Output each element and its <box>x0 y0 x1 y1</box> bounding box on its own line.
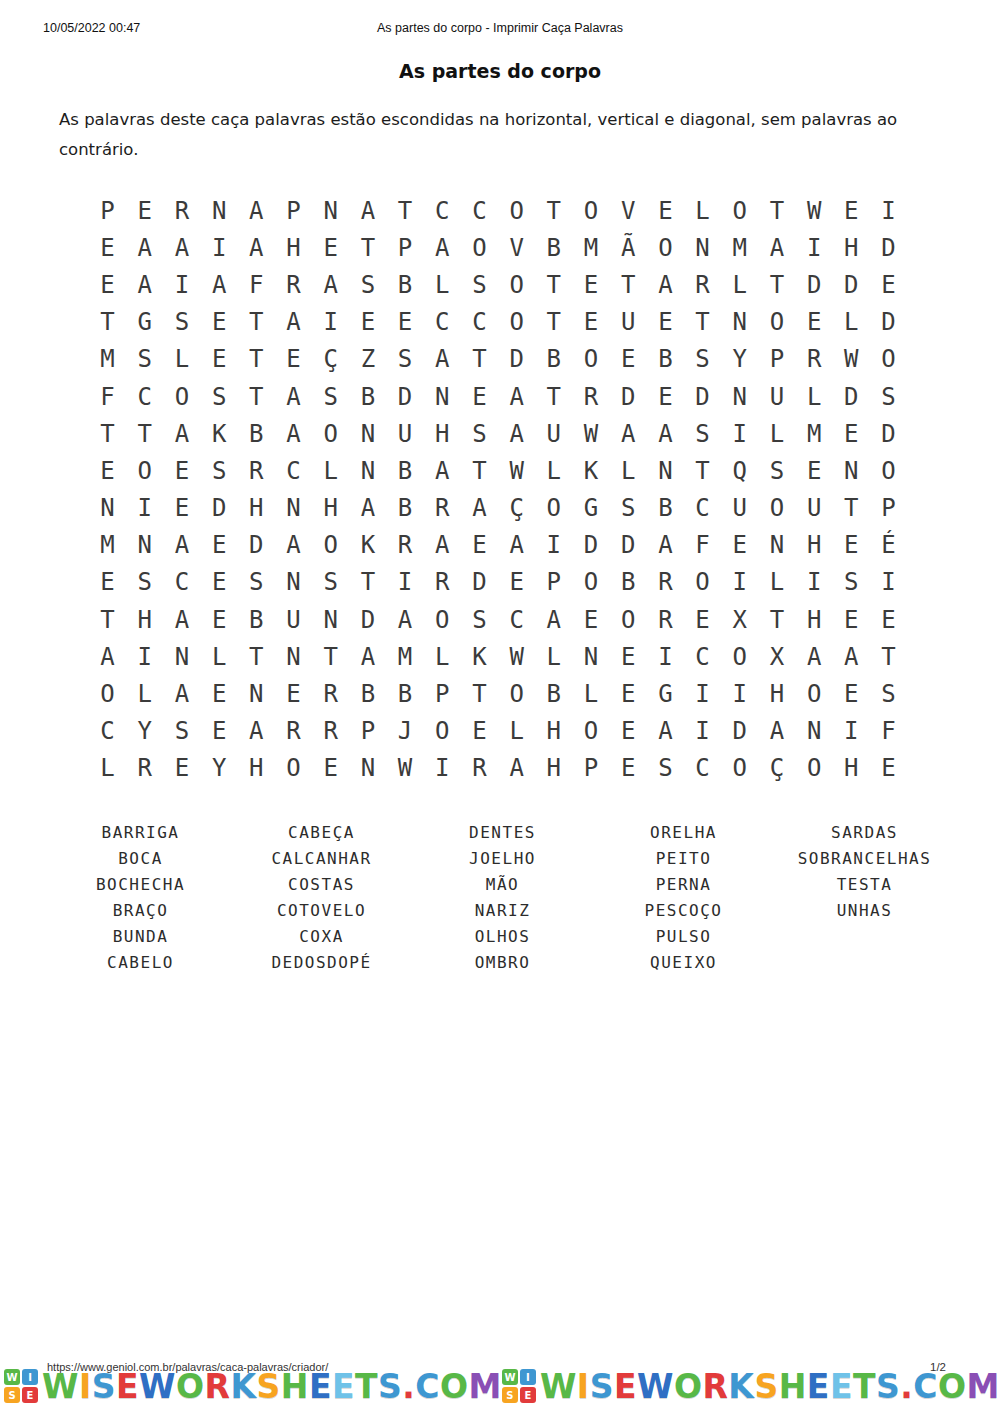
grid-cell-r15c14: O <box>572 713 609 750</box>
grid-cell-r7c12: A <box>498 415 535 452</box>
grid-cell-r1c21: E <box>833 192 870 229</box>
grid-cell-r15c1: C <box>89 713 126 750</box>
grid-cell-r11c3: C <box>163 564 200 601</box>
grid-cell-r12c7: N <box>312 601 349 638</box>
grid-cell-r3c20: D <box>796 266 833 303</box>
icon-square-w: W <box>4 1369 20 1385</box>
grid-cell-r15c11: E <box>461 713 498 750</box>
word-item: CABEÇA <box>288 820 355 846</box>
grid-cell-r13c9: M <box>387 638 424 675</box>
icon-square-s: S <box>502 1387 518 1403</box>
grid-cell-r1c10: C <box>424 192 461 229</box>
grid-cell-r9c18: U <box>721 490 758 527</box>
grid-cell-r2c22: D <box>870 229 907 266</box>
grid-cell-r4c14: E <box>572 304 609 341</box>
grid-cell-r15c20: N <box>796 713 833 750</box>
grid-cell-r3c3: I <box>163 266 200 303</box>
grid-cell-r2c2: A <box>126 229 163 266</box>
grid-cell-r10c19: N <box>758 527 795 564</box>
grid-cell-r15c9: J <box>387 713 424 750</box>
grid-cell-r14c22: S <box>870 675 907 712</box>
grid-cell-r14c14: L <box>572 675 609 712</box>
grid-cell-r11c22: I <box>870 564 907 601</box>
grid-cell-r13c16: I <box>647 638 684 675</box>
grid-cell-r11c18: I <box>721 564 758 601</box>
grid-cell-r11c6: N <box>275 564 312 601</box>
grid-cell-r1c8: A <box>349 192 386 229</box>
grid-cell-r11c10: R <box>424 564 461 601</box>
grid-cell-r2c8: T <box>349 229 386 266</box>
grid-cell-r4c15: U <box>610 304 647 341</box>
grid-cell-r11c20: I <box>796 564 833 601</box>
grid-cell-r13c3: N <box>163 638 200 675</box>
grid-cell-r4c8: E <box>349 304 386 341</box>
grid-cell-r16c19: Ç <box>758 750 795 787</box>
grid-cell-r4c17: T <box>684 304 721 341</box>
grid-cell-r2c7: E <box>312 229 349 266</box>
grid-cell-r15c4: E <box>201 713 238 750</box>
word-item: OMBRO <box>475 950 531 976</box>
grid-cell-r2c19: A <box>758 229 795 266</box>
grid-cell-r7c8: N <box>349 415 386 452</box>
grid-cell-r13c15: E <box>610 638 647 675</box>
grid-cell-r2c5: A <box>238 229 275 266</box>
grid-cell-r1c18: O <box>721 192 758 229</box>
grid-cell-r16c6: O <box>275 750 312 787</box>
grid-cell-r11c16: R <box>647 564 684 601</box>
grid-cell-r14c9: B <box>387 675 424 712</box>
wiseworksheets-logo-text: WISEWORKSHEETS.COM <box>42 1370 502 1403</box>
grid-cell-r4c6: A <box>275 304 312 341</box>
grid-cell-r5c15: E <box>610 341 647 378</box>
grid-cell-r5c16: B <box>647 341 684 378</box>
grid-cell-r12c19: T <box>758 601 795 638</box>
grid-cell-r12c2: H <box>126 601 163 638</box>
grid-cell-r10c22: É <box>870 527 907 564</box>
grid-cell-r7c20: M <box>796 415 833 452</box>
grid-cell-r6c10: N <box>424 378 461 415</box>
grid-cell-r12c16: R <box>647 601 684 638</box>
grid-cell-r2c3: A <box>163 229 200 266</box>
grid-cell-r13c2: I <box>126 638 163 675</box>
grid-cell-r5c1: M <box>89 341 126 378</box>
grid-cell-r6c4: S <box>201 378 238 415</box>
grid-cell-r13c1: A <box>89 638 126 675</box>
word-item: PESCOÇO <box>645 898 723 924</box>
grid-cell-r15c10: O <box>424 713 461 750</box>
grid-cell-r9c11: A <box>461 490 498 527</box>
grid-cell-r6c6: A <box>275 378 312 415</box>
grid-cell-r3c17: R <box>684 266 721 303</box>
grid-cell-r13c13: L <box>535 638 572 675</box>
grid-cell-r9c22: P <box>870 490 907 527</box>
grid-cell-r12c1: T <box>89 601 126 638</box>
grid-cell-r2c9: P <box>387 229 424 266</box>
grid-cell-r12c20: H <box>796 601 833 638</box>
grid-cell-r10c20: H <box>796 527 833 564</box>
grid-cell-r4c7: I <box>312 304 349 341</box>
grid-cell-r8c6: C <box>275 452 312 489</box>
grid-cell-r12c4: E <box>201 601 238 638</box>
grid-cell-r14c13: B <box>535 675 572 712</box>
grid-cell-r9c4: D <box>201 490 238 527</box>
grid-cell-r4c19: O <box>758 304 795 341</box>
grid-cell-r16c14: P <box>572 750 609 787</box>
word-list-column: CABEÇACALCANHARCOSTASCOTOVELOCOXADEDOSDO… <box>231 820 412 976</box>
word-list: BARRIGABOCABOCHECHABRAÇOBUNDACABELOCABEÇ… <box>50 820 955 976</box>
grid-cell-r15c17: I <box>684 713 721 750</box>
grid-cell-r8c15: L <box>610 452 647 489</box>
grid-cell-r2c11: O <box>461 229 498 266</box>
grid-cell-r6c20: L <box>796 378 833 415</box>
grid-cell-r5c11: T <box>461 341 498 378</box>
grid-cell-r14c4: E <box>201 675 238 712</box>
grid-cell-r3c7: A <box>312 266 349 303</box>
word-search-grid: PERNAPNATCCOTOVELOTWEIEAAIAHETPAOVBMÃONM… <box>89 192 907 787</box>
grid-cell-r7c7: O <box>312 415 349 452</box>
grid-cell-r3c4: A <box>201 266 238 303</box>
grid-cell-r6c2: C <box>126 378 163 415</box>
grid-cell-r7c21: E <box>833 415 870 452</box>
grid-cell-r4c10: C <box>424 304 461 341</box>
grid-cell-r10c21: E <box>833 527 870 564</box>
grid-cell-r6c9: D <box>387 378 424 415</box>
grid-cell-r8c8: N <box>349 452 386 489</box>
wiseworksheets-logo-text: WISEWORKSHEETS.COM <box>540 1370 1000 1403</box>
grid-cell-r1c20: W <box>796 192 833 229</box>
grid-cell-r9c20: U <box>796 490 833 527</box>
grid-cell-r8c3: E <box>163 452 200 489</box>
grid-cell-r6c8: B <box>349 378 386 415</box>
grid-cell-r6c1: F <box>89 378 126 415</box>
grid-cell-r11c14: O <box>572 564 609 601</box>
grid-cell-r12c15: O <box>610 601 647 638</box>
grid-cell-r14c16: G <box>647 675 684 712</box>
grid-cell-r5c10: A <box>424 341 461 378</box>
grid-cell-r2c12: V <box>498 229 535 266</box>
grid-cell-r7c16: A <box>647 415 684 452</box>
grid-cell-r12c8: D <box>349 601 386 638</box>
grid-cell-r15c12: L <box>498 713 535 750</box>
word-item: MÃO <box>486 872 519 898</box>
grid-cell-r12c18: X <box>721 601 758 638</box>
grid-cell-r6c7: S <box>312 378 349 415</box>
grid-cell-r14c10: P <box>424 675 461 712</box>
grid-cell-r7c6: A <box>275 415 312 452</box>
grid-cell-r3c2: A <box>126 266 163 303</box>
grid-cell-r6c12: A <box>498 378 535 415</box>
grid-cell-r1c9: T <box>387 192 424 229</box>
grid-cell-r8c12: W <box>498 452 535 489</box>
grid-cell-r9c12: Ç <box>498 490 535 527</box>
grid-cell-r9c14: G <box>572 490 609 527</box>
grid-cell-r11c11: D <box>461 564 498 601</box>
grid-cell-r14c18: I <box>721 675 758 712</box>
grid-cell-r16c20: O <box>796 750 833 787</box>
grid-cell-r9c13: O <box>535 490 572 527</box>
grid-cell-r12c6: U <box>275 601 312 638</box>
grid-cell-r4c3: S <box>163 304 200 341</box>
grid-cell-r4c11: C <box>461 304 498 341</box>
grid-cell-r3c18: L <box>721 266 758 303</box>
word-list-column: ORELHAPEITOPERNAPESCOÇOPULSOQUEIXO <box>593 820 774 976</box>
word-item: COTOVELO <box>277 898 366 924</box>
grid-cell-r13c6: N <box>275 638 312 675</box>
grid-cell-r7c10: H <box>424 415 461 452</box>
grid-cell-r11c12: E <box>498 564 535 601</box>
grid-cell-r8c17: T <box>684 452 721 489</box>
grid-cell-r6c21: D <box>833 378 870 415</box>
grid-cell-r15c21: I <box>833 713 870 750</box>
grid-cell-r8c10: A <box>424 452 461 489</box>
wiseworksheets-logo: WISE WISEWORKSHEETS.COM <box>4 1369 502 1403</box>
word-item: OLHOS <box>475 924 531 950</box>
grid-cell-r14c19: H <box>758 675 795 712</box>
grid-cell-r6c17: D <box>684 378 721 415</box>
grid-cell-r6c16: E <box>647 378 684 415</box>
grid-cell-r5c22: O <box>870 341 907 378</box>
grid-cell-r5c14: O <box>572 341 609 378</box>
puzzle-instructions: As palavras deste caça palavras estão es… <box>59 105 956 165</box>
word-item: CABELO <box>107 950 174 976</box>
grid-cell-r4c22: D <box>870 304 907 341</box>
grid-cell-r16c21: H <box>833 750 870 787</box>
grid-cell-r11c19: L <box>758 564 795 601</box>
grid-cell-r16c15: E <box>610 750 647 787</box>
grid-cell-r2c16: O <box>647 229 684 266</box>
grid-cell-r8c4: S <box>201 452 238 489</box>
grid-cell-r15c22: F <box>870 713 907 750</box>
word-item: PERNA <box>656 872 712 898</box>
grid-cell-r1c1: P <box>89 192 126 229</box>
grid-cell-r16c16: S <box>647 750 684 787</box>
grid-cell-r13c5: T <box>238 638 275 675</box>
grid-cell-r9c8: A <box>349 490 386 527</box>
grid-cell-r7c19: L <box>758 415 795 452</box>
grid-cell-r11c4: E <box>201 564 238 601</box>
grid-cell-r16c9: W <box>387 750 424 787</box>
grid-cell-r2c14: M <box>572 229 609 266</box>
grid-cell-r9c7: H <box>312 490 349 527</box>
grid-cell-r16c4: Y <box>201 750 238 787</box>
grid-cell-r16c7: E <box>312 750 349 787</box>
grid-cell-r7c9: U <box>387 415 424 452</box>
grid-cell-r2c18: M <box>721 229 758 266</box>
grid-cell-r16c2: R <box>126 750 163 787</box>
grid-cell-r16c3: E <box>163 750 200 787</box>
word-item: TESTA <box>837 872 893 898</box>
grid-cell-r9c19: O <box>758 490 795 527</box>
grid-cell-r14c3: A <box>163 675 200 712</box>
grid-cell-r1c16: E <box>647 192 684 229</box>
word-list-column: SARDASSOBRANCELHASTESTAUNHAS <box>774 820 955 976</box>
grid-cell-r7c15: A <box>610 415 647 452</box>
grid-cell-r5c19: P <box>758 341 795 378</box>
word-item: DENTES <box>469 820 536 846</box>
grid-cell-r9c15: S <box>610 490 647 527</box>
grid-cell-r11c1: E <box>89 564 126 601</box>
grid-cell-r10c1: M <box>89 527 126 564</box>
grid-cell-r14c20: O <box>796 675 833 712</box>
grid-cell-r15c16: A <box>647 713 684 750</box>
grid-cell-r8c13: L <box>535 452 572 489</box>
grid-cell-r3c11: S <box>461 266 498 303</box>
grid-cell-r12c5: B <box>238 601 275 638</box>
grid-cell-r15c18: D <box>721 713 758 750</box>
grid-cell-r16c8: N <box>349 750 386 787</box>
word-item: DEDOSDOPÉ <box>271 950 371 976</box>
grid-cell-r9c10: R <box>424 490 461 527</box>
grid-cell-r8c9: B <box>387 452 424 489</box>
grid-cell-r8c2: O <box>126 452 163 489</box>
grid-cell-r15c13: H <box>535 713 572 750</box>
grid-cell-r13c22: T <box>870 638 907 675</box>
grid-cell-r15c19: A <box>758 713 795 750</box>
word-item: CALCANHAR <box>271 846 371 872</box>
grid-cell-r13c8: A <box>349 638 386 675</box>
grid-cell-r9c16: B <box>647 490 684 527</box>
grid-cell-r12c12: C <box>498 601 535 638</box>
grid-cell-r11c5: S <box>238 564 275 601</box>
grid-cell-r1c14: O <box>572 192 609 229</box>
grid-cell-r14c7: R <box>312 675 349 712</box>
grid-cell-r10c17: F <box>684 527 721 564</box>
grid-cell-r15c3: S <box>163 713 200 750</box>
word-item: JOELHO <box>469 846 536 872</box>
grid-cell-r7c5: B <box>238 415 275 452</box>
grid-cell-r6c15: D <box>610 378 647 415</box>
word-item: BARRIGA <box>102 820 180 846</box>
grid-cell-r10c2: N <box>126 527 163 564</box>
grid-cell-r8c14: K <box>572 452 609 489</box>
wiseworksheets-icon: WISE <box>4 1369 38 1403</box>
grid-cell-r12c17: E <box>684 601 721 638</box>
grid-cell-r10c5: D <box>238 527 275 564</box>
grid-cell-r9c17: C <box>684 490 721 527</box>
word-item: BOCHECHA <box>96 872 185 898</box>
grid-cell-r1c13: T <box>535 192 572 229</box>
grid-cell-r12c13: A <box>535 601 572 638</box>
grid-cell-r1c19: T <box>758 192 795 229</box>
grid-cell-r2c15: Ã <box>610 229 647 266</box>
icon-square-s: S <box>4 1387 20 1403</box>
grid-cell-r3c21: D <box>833 266 870 303</box>
grid-cell-r16c13: H <box>535 750 572 787</box>
grid-cell-r7c1: T <box>89 415 126 452</box>
grid-cell-r12c9: A <box>387 601 424 638</box>
word-item: PULSO <box>656 924 712 950</box>
grid-cell-r6c3: O <box>163 378 200 415</box>
grid-cell-r1c11: C <box>461 192 498 229</box>
grid-cell-r10c11: E <box>461 527 498 564</box>
grid-cell-r16c18: O <box>721 750 758 787</box>
grid-cell-r9c1: N <box>89 490 126 527</box>
grid-cell-r16c11: R <box>461 750 498 787</box>
grid-cell-r5c17: S <box>684 341 721 378</box>
grid-cell-r4c4: E <box>201 304 238 341</box>
grid-cell-r6c5: T <box>238 378 275 415</box>
grid-cell-r16c5: H <box>238 750 275 787</box>
word-item: BRAÇO <box>113 898 169 924</box>
grid-cell-r8c18: Q <box>721 452 758 489</box>
word-list-column: BARRIGABOCABOCHECHABRAÇOBUNDACABELO <box>50 820 231 976</box>
grid-cell-r8c21: N <box>833 452 870 489</box>
grid-cell-r12c22: E <box>870 601 907 638</box>
grid-cell-r14c6: E <box>275 675 312 712</box>
grid-cell-r1c2: E <box>126 192 163 229</box>
grid-cell-r7c2: T <box>126 415 163 452</box>
grid-cell-r8c5: R <box>238 452 275 489</box>
grid-cell-r2c4: I <box>201 229 238 266</box>
grid-cell-r13c7: T <box>312 638 349 675</box>
grid-cell-r5c8: Z <box>349 341 386 378</box>
grid-cell-r10c6: A <box>275 527 312 564</box>
grid-cell-r10c9: R <box>387 527 424 564</box>
page-title: As partes do corpo <box>0 60 1000 82</box>
grid-cell-r3c14: E <box>572 266 609 303</box>
grid-cell-r1c3: R <box>163 192 200 229</box>
grid-cell-r4c9: E <box>387 304 424 341</box>
grid-cell-r7c4: K <box>201 415 238 452</box>
grid-cell-r16c12: A <box>498 750 535 787</box>
grid-cell-r10c7: O <box>312 527 349 564</box>
grid-cell-r5c12: D <box>498 341 535 378</box>
grid-cell-r10c10: A <box>424 527 461 564</box>
grid-cell-r16c22: E <box>870 750 907 787</box>
grid-cell-r8c7: L <box>312 452 349 489</box>
icon-square-w: W <box>502 1369 518 1385</box>
grid-cell-r4c5: T <box>238 304 275 341</box>
grid-cell-r14c11: T <box>461 675 498 712</box>
grid-cell-r4c12: O <box>498 304 535 341</box>
grid-cell-r7c13: U <box>535 415 572 452</box>
grid-cell-r7c3: A <box>163 415 200 452</box>
grid-cell-r10c14: D <box>572 527 609 564</box>
grid-cell-r9c21: T <box>833 490 870 527</box>
word-item: BOCA <box>118 846 163 872</box>
grid-cell-r3c16: A <box>647 266 684 303</box>
grid-cell-r2c21: H <box>833 229 870 266</box>
grid-cell-r6c11: E <box>461 378 498 415</box>
grid-cell-r3c1: E <box>89 266 126 303</box>
grid-cell-r13c4: L <box>201 638 238 675</box>
grid-cell-r3c8: S <box>349 266 386 303</box>
print-doc-title: As partes do corpo - Imprimir Caça Palav… <box>0 21 1000 35</box>
grid-cell-r15c2: Y <box>126 713 163 750</box>
grid-cell-r14c17: I <box>684 675 721 712</box>
grid-cell-r4c13: T <box>535 304 572 341</box>
grid-cell-r16c10: I <box>424 750 461 787</box>
grid-cell-r14c1: O <box>89 675 126 712</box>
grid-cell-r1c17: L <box>684 192 721 229</box>
grid-cell-r2c6: H <box>275 229 312 266</box>
grid-cell-r1c7: N <box>312 192 349 229</box>
grid-cell-r4c2: G <box>126 304 163 341</box>
grid-cell-r2c13: B <box>535 229 572 266</box>
grid-cell-r3c10: L <box>424 266 461 303</box>
grid-cell-r7c11: S <box>461 415 498 452</box>
icon-square-e: E <box>520 1387 536 1403</box>
grid-cell-r8c22: O <box>870 452 907 489</box>
grid-cell-r12c21: E <box>833 601 870 638</box>
footer-logos: WISE WISEWORKSHEETS.COM WISE WISEWORKSHE… <box>4 1369 996 1403</box>
grid-cell-r10c13: I <box>535 527 572 564</box>
grid-cell-r16c17: C <box>684 750 721 787</box>
grid-cell-r6c19: U <box>758 378 795 415</box>
grid-cell-r8c11: T <box>461 452 498 489</box>
grid-cell-r9c3: E <box>163 490 200 527</box>
grid-cell-r10c3: A <box>163 527 200 564</box>
